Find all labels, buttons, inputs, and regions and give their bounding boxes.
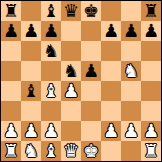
square-b8[interactable] — [21, 1, 41, 21]
square-d1[interactable]: ♛ — [61, 141, 81, 161]
square-b6[interactable] — [21, 41, 41, 61]
piece-black-rook[interactable]: ♜ — [143, 1, 159, 21]
square-c3[interactable] — [41, 101, 61, 121]
square-a5[interactable] — [1, 61, 21, 81]
square-c4[interactable]: ♝ — [41, 81, 61, 101]
square-a6[interactable] — [1, 41, 21, 61]
piece-white-pawn[interactable]: ♟ — [123, 121, 139, 141]
square-e4[interactable] — [81, 81, 101, 101]
piece-black-king[interactable]: ♚ — [83, 1, 99, 21]
piece-black-rook[interactable]: ♜ — [3, 1, 19, 21]
square-e5[interactable]: ♟ — [81, 61, 101, 81]
square-f3[interactable] — [101, 101, 121, 121]
square-b2[interactable]: ♟ — [21, 121, 41, 141]
square-h1[interactable]: ♜ — [141, 141, 161, 161]
square-d7[interactable] — [61, 21, 81, 41]
piece-black-bishop[interactable]: ♝ — [23, 81, 39, 101]
square-c7[interactable]: ♟ — [41, 21, 61, 41]
piece-white-pawn[interactable]: ♟ — [63, 81, 79, 101]
square-d2[interactable] — [61, 121, 81, 141]
piece-black-queen[interactable]: ♛ — [63, 1, 79, 21]
square-h4[interactable] — [141, 81, 161, 101]
piece-black-knight[interactable]: ♞ — [43, 41, 59, 61]
square-e2[interactable] — [81, 121, 101, 141]
square-f7[interactable]: ♟ — [101, 21, 121, 41]
piece-black-pawn[interactable]: ♟ — [83, 61, 99, 81]
square-c8[interactable]: ♝ — [41, 1, 61, 21]
square-c2[interactable]: ♟ — [41, 121, 61, 141]
piece-white-queen[interactable]: ♛ — [63, 141, 79, 161]
square-g4[interactable] — [121, 81, 141, 101]
square-f1[interactable] — [101, 141, 121, 161]
square-a7[interactable]: ♟ — [1, 21, 21, 41]
square-h6[interactable] — [141, 41, 161, 61]
square-g7[interactable]: ♟ — [121, 21, 141, 41]
piece-white-pawn[interactable]: ♟ — [143, 121, 159, 141]
square-a4[interactable] — [1, 81, 21, 101]
square-d8[interactable]: ♛ — [61, 1, 81, 21]
square-h5[interactable] — [141, 61, 161, 81]
square-h7[interactable]: ♟ — [141, 21, 161, 41]
piece-white-bishop[interactable]: ♝ — [43, 81, 59, 101]
square-g3[interactable] — [121, 101, 141, 121]
square-e3[interactable] — [81, 101, 101, 121]
square-e7[interactable] — [81, 21, 101, 41]
square-b5[interactable] — [21, 61, 41, 81]
square-f2[interactable]: ♟ — [101, 121, 121, 141]
square-d4[interactable]: ♟ — [61, 81, 81, 101]
square-d6[interactable] — [61, 41, 81, 61]
piece-white-bishop[interactable]: ♝ — [43, 141, 59, 161]
square-a3[interactable] — [1, 101, 21, 121]
piece-black-pawn[interactable]: ♟ — [123, 21, 139, 41]
piece-white-king[interactable]: ♚ — [83, 141, 99, 161]
square-g5[interactable]: ♞ — [121, 61, 141, 81]
piece-white-knight[interactable]: ♞ — [23, 141, 39, 161]
square-b3[interactable] — [21, 101, 41, 121]
square-g2[interactable]: ♟ — [121, 121, 141, 141]
piece-black-knight[interactable]: ♞ — [63, 61, 79, 81]
square-h2[interactable]: ♟ — [141, 121, 161, 141]
square-a2[interactable]: ♟ — [1, 121, 21, 141]
square-d5[interactable]: ♞ — [61, 61, 81, 81]
square-g1[interactable] — [121, 141, 141, 161]
square-b4[interactable]: ♝ — [21, 81, 41, 101]
piece-white-pawn[interactable]: ♟ — [3, 121, 19, 141]
square-b7[interactable]: ♟ — [21, 21, 41, 41]
chess-board: ♜♝♛♚♜♟♟♟♟♟♟♞♞♟♞♝♝♟♟♟♟♟♟♟♜♞♝♛♚♜ — [0, 0, 162, 162]
piece-white-pawn[interactable]: ♟ — [23, 121, 39, 141]
piece-black-pawn[interactable]: ♟ — [43, 21, 59, 41]
piece-white-pawn[interactable]: ♟ — [103, 121, 119, 141]
square-c1[interactable]: ♝ — [41, 141, 61, 161]
square-e8[interactable]: ♚ — [81, 1, 101, 21]
piece-white-rook[interactable]: ♜ — [143, 141, 159, 161]
square-f4[interactable] — [101, 81, 121, 101]
square-h3[interactable] — [141, 101, 161, 121]
piece-black-pawn[interactable]: ♟ — [3, 21, 19, 41]
square-g8[interactable] — [121, 1, 141, 21]
square-b1[interactable]: ♞ — [21, 141, 41, 161]
piece-white-knight[interactable]: ♞ — [123, 61, 139, 81]
square-h8[interactable]: ♜ — [141, 1, 161, 21]
square-a1[interactable]: ♜ — [1, 141, 21, 161]
piece-black-pawn[interactable]: ♟ — [143, 21, 159, 41]
square-f6[interactable] — [101, 41, 121, 61]
piece-black-pawn[interactable]: ♟ — [103, 21, 119, 41]
square-d3[interactable] — [61, 101, 81, 121]
square-f5[interactable] — [101, 61, 121, 81]
square-f8[interactable] — [101, 1, 121, 21]
square-e6[interactable] — [81, 41, 101, 61]
square-e1[interactable]: ♚ — [81, 141, 101, 161]
square-c5[interactable] — [41, 61, 61, 81]
square-g6[interactable] — [121, 41, 141, 61]
piece-black-pawn[interactable]: ♟ — [23, 21, 39, 41]
square-a8[interactable]: ♜ — [1, 1, 21, 21]
piece-white-pawn[interactable]: ♟ — [43, 121, 59, 141]
piece-black-bishop[interactable]: ♝ — [43, 1, 59, 21]
piece-white-rook[interactable]: ♜ — [3, 141, 19, 161]
square-c6[interactable]: ♞ — [41, 41, 61, 61]
